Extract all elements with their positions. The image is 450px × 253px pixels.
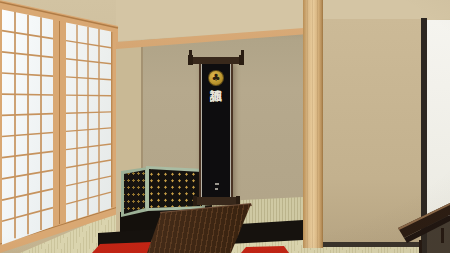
sliding-door: [427, 20, 450, 216]
bench-leg: [419, 240, 422, 253]
baseboard: [323, 242, 421, 247]
fusuma-wall-panel: [323, 19, 421, 247]
scroll-top-rod: [192, 57, 240, 64]
scroll-bottom-cap-left: [193, 196, 197, 206]
scroll-finial-right: [241, 50, 244, 57]
crest-mon-icon: ♣: [208, 70, 224, 86]
scroll-finial-left: [189, 50, 192, 57]
shoji-window: [0, 0, 122, 253]
crest-glyph: ♣: [212, 73, 221, 83]
scroll-signature-mark: [215, 183, 219, 185]
scroll-signature-mark: [215, 188, 218, 190]
scroll-bottom-rod: [196, 197, 237, 205]
tokobashira-post: [303, 0, 323, 248]
scroll-char: 誠: [210, 89, 222, 105]
bench-leg: [441, 228, 444, 243]
room-photo: ♣ 巧 詐 不 如 拙 誠: [0, 0, 450, 253]
